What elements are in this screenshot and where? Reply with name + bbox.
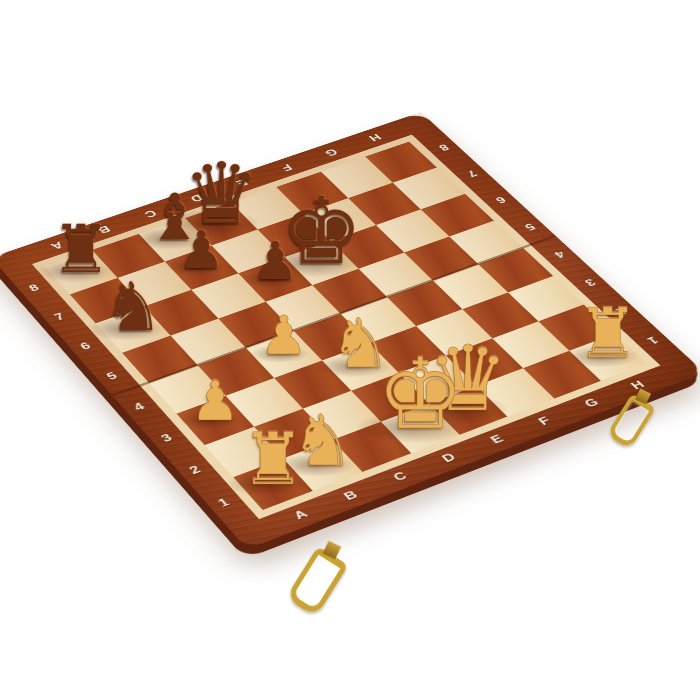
- piece-white-pawn-a3[interactable]: ♟: [188, 374, 243, 429]
- piece-white-king-d1[interactable]: ♚: [371, 346, 469, 444]
- piece-white-rook-h1[interactable]: ♜: [574, 300, 642, 368]
- chess-set-photo: AABBCCDDEEFFGGHH8877665544332211 ♛♝♜♟♚♟♞…: [0, 0, 700, 700]
- brass-clasp-near-a1: [286, 546, 349, 617]
- piece-black-pawn-d6[interactable]: ♟: [249, 235, 301, 287]
- piece-black-pawn-c7[interactable]: ♟: [175, 224, 227, 276]
- piece-black-knight-a6[interactable]: ♞: [99, 273, 167, 341]
- piece-white-pawn-c4[interactable]: ♟: [257, 309, 311, 363]
- piece-white-rook-a1[interactable]: ♜: [237, 424, 308, 495]
